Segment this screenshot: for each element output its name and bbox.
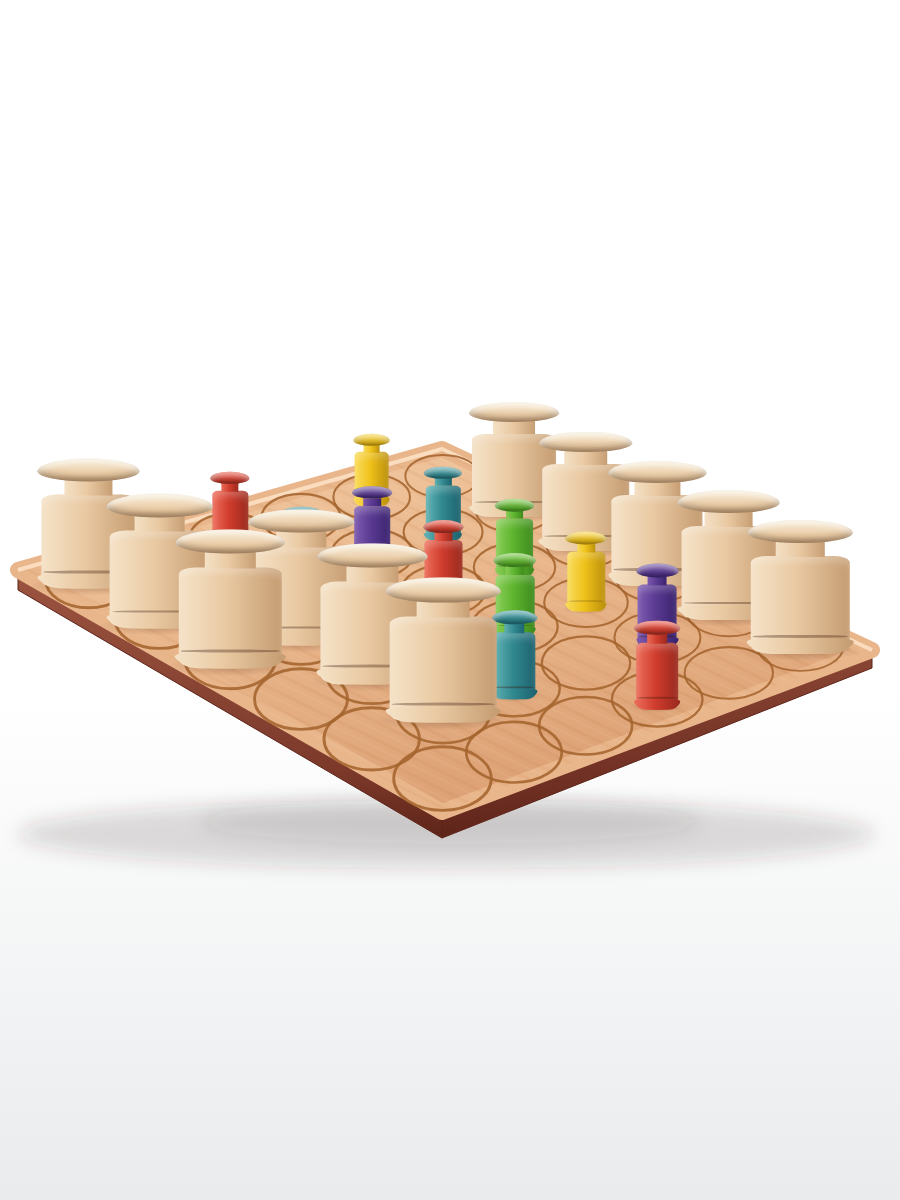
piece-cap [211, 472, 250, 484]
piece-body [567, 552, 605, 612]
piece-body [751, 556, 849, 654]
piece-cap [635, 620, 680, 634]
piece-neck [434, 532, 452, 541]
piece-foot [566, 603, 607, 612]
piece-cap [678, 490, 779, 512]
piece-neck [493, 421, 535, 435]
piece-foot [635, 700, 680, 710]
piece-cap [353, 486, 392, 498]
piece-cap [354, 434, 390, 445]
piece-cap [492, 610, 537, 624]
piece-groove [753, 635, 848, 638]
piece-neck [205, 551, 256, 568]
piece-body [179, 567, 281, 669]
piece-cap [494, 553, 536, 566]
piece-neck [416, 600, 469, 618]
piece-cap [317, 543, 427, 567]
piece-cap [107, 494, 213, 517]
piece-neck [364, 445, 380, 453]
piece-cap [748, 520, 853, 543]
piece-foot [386, 707, 501, 723]
piece-cap [608, 461, 706, 482]
piece-foot [747, 639, 853, 654]
piece-cap [565, 531, 606, 544]
piece-neck [506, 511, 523, 519]
piece-cap [424, 467, 462, 479]
piece-groove [568, 600, 604, 602]
piece-body [494, 633, 536, 699]
piece-cap [636, 564, 679, 577]
large-wood-piece-r1c6[interactable] [751, 520, 849, 656]
piece-groove [495, 686, 535, 688]
piece-neck [634, 481, 680, 496]
piece-groove [181, 649, 279, 652]
piece-neck [505, 624, 525, 634]
piece-body [390, 617, 497, 723]
pieces-layer [0, 0, 900, 1200]
large-wood-piece-r5c5[interactable] [390, 577, 497, 724]
piece-neck [65, 479, 113, 495]
piece-groove [392, 703, 494, 706]
large-wood-piece-r6c3[interactable] [179, 529, 281, 671]
piece-neck [505, 566, 524, 575]
piece-body [636, 643, 678, 710]
small-red-peg-r3c6[interactable] [635, 620, 679, 709]
piece-neck [435, 478, 452, 486]
piece-neck [564, 451, 608, 466]
piece-cap [495, 499, 534, 511]
piece-neck [222, 483, 239, 491]
board-game-photo [0, 0, 900, 1200]
piece-cap [38, 459, 140, 481]
piece-neck [135, 515, 184, 531]
piece-neck [776, 541, 825, 557]
piece-cap [175, 529, 285, 553]
piece-foot [492, 689, 537, 699]
piece-groove [637, 697, 677, 699]
piece-neck [364, 498, 381, 506]
piece-neck [705, 511, 752, 527]
piece-neck [647, 634, 667, 644]
piece-cap [386, 577, 500, 602]
piece-cap [469, 402, 559, 422]
piece-cap [423, 520, 464, 533]
piece-foot [175, 654, 286, 669]
piece-cap [539, 432, 633, 453]
piece-neck [648, 576, 667, 585]
small-yellow-peg-r2c4[interactable] [566, 531, 605, 611]
piece-neck [577, 543, 595, 552]
small-teal-peg-r4c5[interactable] [493, 610, 536, 699]
